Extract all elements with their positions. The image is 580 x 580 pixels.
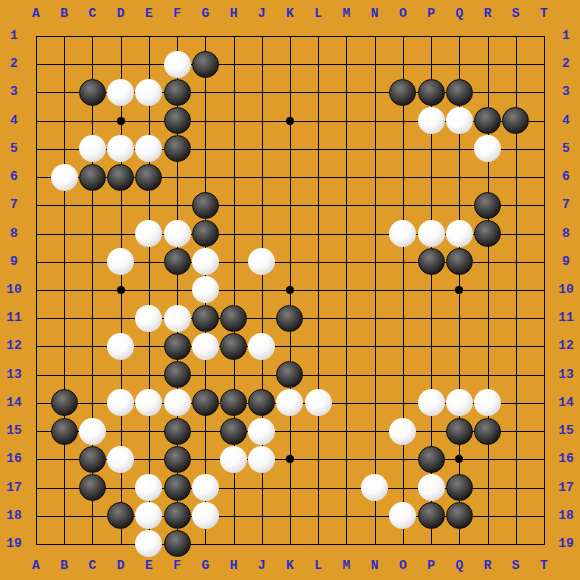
- point-G18[interactable]: [191, 502, 219, 530]
- point-T17[interactable]: [530, 473, 558, 501]
- point-O10[interactable]: [389, 276, 417, 304]
- point-B18[interactable]: [50, 502, 78, 530]
- point-N18[interactable]: [361, 502, 389, 530]
- point-G8[interactable]: [191, 219, 219, 247]
- point-Q6[interactable]: [445, 163, 473, 191]
- point-G2[interactable]: [191, 50, 219, 78]
- point-R7[interactable]: [473, 191, 501, 219]
- point-P16[interactable]: [417, 445, 445, 473]
- point-S8[interactable]: [502, 219, 530, 247]
- point-E6[interactable]: [135, 163, 163, 191]
- point-P17[interactable]: [417, 473, 445, 501]
- point-F5[interactable]: [163, 135, 191, 163]
- point-F17[interactable]: [163, 473, 191, 501]
- point-H17[interactable]: [219, 473, 247, 501]
- point-E3[interactable]: [135, 78, 163, 106]
- point-O16[interactable]: [389, 445, 417, 473]
- point-A19[interactable]: [22, 530, 50, 558]
- point-K4[interactable]: [276, 107, 304, 135]
- point-F4[interactable]: [163, 107, 191, 135]
- point-Q17[interactable]: [445, 473, 473, 501]
- point-P12[interactable]: [417, 332, 445, 360]
- point-H11[interactable]: [219, 304, 247, 332]
- point-F10[interactable]: [163, 276, 191, 304]
- point-N14[interactable]: [361, 389, 389, 417]
- point-C13[interactable]: [78, 361, 106, 389]
- point-J9[interactable]: [248, 248, 276, 276]
- point-F1[interactable]: [163, 22, 191, 50]
- point-R19[interactable]: [473, 530, 501, 558]
- point-F7[interactable]: [163, 191, 191, 219]
- point-T14[interactable]: [530, 389, 558, 417]
- point-A14[interactable]: [22, 389, 50, 417]
- point-Q16[interactable]: [445, 445, 473, 473]
- point-J10[interactable]: [248, 276, 276, 304]
- point-P10[interactable]: [417, 276, 445, 304]
- point-L8[interactable]: [304, 219, 332, 247]
- point-M9[interactable]: [332, 248, 360, 276]
- point-O18[interactable]: [389, 502, 417, 530]
- point-N11[interactable]: [361, 304, 389, 332]
- point-J2[interactable]: [248, 50, 276, 78]
- point-O19[interactable]: [389, 530, 417, 558]
- point-O5[interactable]: [389, 135, 417, 163]
- point-R12[interactable]: [473, 332, 501, 360]
- point-E18[interactable]: [135, 502, 163, 530]
- point-H12[interactable]: [219, 332, 247, 360]
- point-S19[interactable]: [502, 530, 530, 558]
- point-H14[interactable]: [219, 389, 247, 417]
- point-G12[interactable]: [191, 332, 219, 360]
- point-O9[interactable]: [389, 248, 417, 276]
- point-E2[interactable]: [135, 50, 163, 78]
- point-M7[interactable]: [332, 191, 360, 219]
- point-S17[interactable]: [502, 473, 530, 501]
- point-B2[interactable]: [50, 50, 78, 78]
- point-D15[interactable]: [107, 417, 135, 445]
- point-Q18[interactable]: [445, 502, 473, 530]
- point-O12[interactable]: [389, 332, 417, 360]
- point-C11[interactable]: [78, 304, 106, 332]
- point-F6[interactable]: [163, 163, 191, 191]
- point-T13[interactable]: [530, 361, 558, 389]
- point-L18[interactable]: [304, 502, 332, 530]
- point-L4[interactable]: [304, 107, 332, 135]
- point-G1[interactable]: [191, 22, 219, 50]
- point-O11[interactable]: [389, 304, 417, 332]
- point-G19[interactable]: [191, 530, 219, 558]
- point-B4[interactable]: [50, 107, 78, 135]
- point-B16[interactable]: [50, 445, 78, 473]
- point-F8[interactable]: [163, 219, 191, 247]
- point-M17[interactable]: [332, 473, 360, 501]
- point-J1[interactable]: [248, 22, 276, 50]
- point-C16[interactable]: [78, 445, 106, 473]
- point-K1[interactable]: [276, 22, 304, 50]
- point-F3[interactable]: [163, 78, 191, 106]
- point-N6[interactable]: [361, 163, 389, 191]
- point-L11[interactable]: [304, 304, 332, 332]
- point-H18[interactable]: [219, 502, 247, 530]
- point-M19[interactable]: [332, 530, 360, 558]
- point-F12[interactable]: [163, 332, 191, 360]
- point-G4[interactable]: [191, 107, 219, 135]
- point-A8[interactable]: [22, 219, 50, 247]
- point-T19[interactable]: [530, 530, 558, 558]
- point-O15[interactable]: [389, 417, 417, 445]
- point-M14[interactable]: [332, 389, 360, 417]
- point-D18[interactable]: [107, 502, 135, 530]
- point-G14[interactable]: [191, 389, 219, 417]
- point-K15[interactable]: [276, 417, 304, 445]
- point-H15[interactable]: [219, 417, 247, 445]
- point-S6[interactable]: [502, 163, 530, 191]
- point-H13[interactable]: [219, 361, 247, 389]
- point-N12[interactable]: [361, 332, 389, 360]
- point-S3[interactable]: [502, 78, 530, 106]
- point-K19[interactable]: [276, 530, 304, 558]
- point-H10[interactable]: [219, 276, 247, 304]
- point-K16[interactable]: [276, 445, 304, 473]
- point-A15[interactable]: [22, 417, 50, 445]
- point-O17[interactable]: [389, 473, 417, 501]
- point-L6[interactable]: [304, 163, 332, 191]
- point-O8[interactable]: [389, 219, 417, 247]
- point-G7[interactable]: [191, 191, 219, 219]
- point-E5[interactable]: [135, 135, 163, 163]
- point-N3[interactable]: [361, 78, 389, 106]
- point-T4[interactable]: [530, 107, 558, 135]
- point-P8[interactable]: [417, 219, 445, 247]
- point-S11[interactable]: [502, 304, 530, 332]
- point-E4[interactable]: [135, 107, 163, 135]
- point-T3[interactable]: [530, 78, 558, 106]
- point-E10[interactable]: [135, 276, 163, 304]
- point-Q4[interactable]: [445, 107, 473, 135]
- point-S10[interactable]: [502, 276, 530, 304]
- point-A2[interactable]: [22, 50, 50, 78]
- point-A17[interactable]: [22, 473, 50, 501]
- point-E7[interactable]: [135, 191, 163, 219]
- point-H3[interactable]: [219, 78, 247, 106]
- point-B17[interactable]: [50, 473, 78, 501]
- point-O6[interactable]: [389, 163, 417, 191]
- point-S15[interactable]: [502, 417, 530, 445]
- point-A4[interactable]: [22, 107, 50, 135]
- point-R4[interactable]: [473, 107, 501, 135]
- point-E16[interactable]: [135, 445, 163, 473]
- point-T7[interactable]: [530, 191, 558, 219]
- point-Q3[interactable]: [445, 78, 473, 106]
- point-K13[interactable]: [276, 361, 304, 389]
- point-R16[interactable]: [473, 445, 501, 473]
- point-P19[interactable]: [417, 530, 445, 558]
- point-M13[interactable]: [332, 361, 360, 389]
- point-N7[interactable]: [361, 191, 389, 219]
- point-E11[interactable]: [135, 304, 163, 332]
- point-T8[interactable]: [530, 219, 558, 247]
- point-J8[interactable]: [248, 219, 276, 247]
- point-B3[interactable]: [50, 78, 78, 106]
- point-E15[interactable]: [135, 417, 163, 445]
- point-D8[interactable]: [107, 219, 135, 247]
- point-C5[interactable]: [78, 135, 106, 163]
- point-H16[interactable]: [219, 445, 247, 473]
- point-P4[interactable]: [417, 107, 445, 135]
- point-L19[interactable]: [304, 530, 332, 558]
- point-H1[interactable]: [219, 22, 247, 50]
- point-F13[interactable]: [163, 361, 191, 389]
- point-A11[interactable]: [22, 304, 50, 332]
- point-F18[interactable]: [163, 502, 191, 530]
- point-S18[interactable]: [502, 502, 530, 530]
- point-Q11[interactable]: [445, 304, 473, 332]
- point-G10[interactable]: [191, 276, 219, 304]
- point-P1[interactable]: [417, 22, 445, 50]
- point-D19[interactable]: [107, 530, 135, 558]
- point-K5[interactable]: [276, 135, 304, 163]
- point-A13[interactable]: [22, 361, 50, 389]
- point-A7[interactable]: [22, 191, 50, 219]
- point-J12[interactable]: [248, 332, 276, 360]
- point-Q19[interactable]: [445, 530, 473, 558]
- point-Q15[interactable]: [445, 417, 473, 445]
- point-Q5[interactable]: [445, 135, 473, 163]
- point-E9[interactable]: [135, 248, 163, 276]
- point-R11[interactable]: [473, 304, 501, 332]
- point-N19[interactable]: [361, 530, 389, 558]
- point-A1[interactable]: [22, 22, 50, 50]
- point-C14[interactable]: [78, 389, 106, 417]
- point-L9[interactable]: [304, 248, 332, 276]
- point-H7[interactable]: [219, 191, 247, 219]
- point-S5[interactable]: [502, 135, 530, 163]
- point-S9[interactable]: [502, 248, 530, 276]
- point-Q7[interactable]: [445, 191, 473, 219]
- point-J17[interactable]: [248, 473, 276, 501]
- point-J3[interactable]: [248, 78, 276, 106]
- point-T1[interactable]: [530, 22, 558, 50]
- point-S2[interactable]: [502, 50, 530, 78]
- point-B12[interactable]: [50, 332, 78, 360]
- point-L2[interactable]: [304, 50, 332, 78]
- point-A3[interactable]: [22, 78, 50, 106]
- point-J18[interactable]: [248, 502, 276, 530]
- point-L5[interactable]: [304, 135, 332, 163]
- point-A6[interactable]: [22, 163, 50, 191]
- point-P9[interactable]: [417, 248, 445, 276]
- point-J4[interactable]: [248, 107, 276, 135]
- point-A5[interactable]: [22, 135, 50, 163]
- point-G11[interactable]: [191, 304, 219, 332]
- point-E12[interactable]: [135, 332, 163, 360]
- point-A18[interactable]: [22, 502, 50, 530]
- point-R8[interactable]: [473, 219, 501, 247]
- point-B14[interactable]: [50, 389, 78, 417]
- point-T5[interactable]: [530, 135, 558, 163]
- point-K9[interactable]: [276, 248, 304, 276]
- point-M4[interactable]: [332, 107, 360, 135]
- point-H8[interactable]: [219, 219, 247, 247]
- point-N4[interactable]: [361, 107, 389, 135]
- point-T12[interactable]: [530, 332, 558, 360]
- point-K7[interactable]: [276, 191, 304, 219]
- point-F11[interactable]: [163, 304, 191, 332]
- point-E17[interactable]: [135, 473, 163, 501]
- point-M2[interactable]: [332, 50, 360, 78]
- point-C2[interactable]: [78, 50, 106, 78]
- point-L14[interactable]: [304, 389, 332, 417]
- point-G6[interactable]: [191, 163, 219, 191]
- point-J13[interactable]: [248, 361, 276, 389]
- point-J11[interactable]: [248, 304, 276, 332]
- point-R10[interactable]: [473, 276, 501, 304]
- point-O7[interactable]: [389, 191, 417, 219]
- point-A12[interactable]: [22, 332, 50, 360]
- point-T11[interactable]: [530, 304, 558, 332]
- point-J19[interactable]: [248, 530, 276, 558]
- point-J6[interactable]: [248, 163, 276, 191]
- point-B1[interactable]: [50, 22, 78, 50]
- point-H5[interactable]: [219, 135, 247, 163]
- point-F19[interactable]: [163, 530, 191, 558]
- point-Q13[interactable]: [445, 361, 473, 389]
- point-D17[interactable]: [107, 473, 135, 501]
- point-G17[interactable]: [191, 473, 219, 501]
- point-H2[interactable]: [219, 50, 247, 78]
- point-F2[interactable]: [163, 50, 191, 78]
- point-K6[interactable]: [276, 163, 304, 191]
- point-S16[interactable]: [502, 445, 530, 473]
- point-O1[interactable]: [389, 22, 417, 50]
- point-B10[interactable]: [50, 276, 78, 304]
- point-G16[interactable]: [191, 445, 219, 473]
- point-P11[interactable]: [417, 304, 445, 332]
- point-B19[interactable]: [50, 530, 78, 558]
- point-D1[interactable]: [107, 22, 135, 50]
- point-D2[interactable]: [107, 50, 135, 78]
- point-K11[interactable]: [276, 304, 304, 332]
- point-N1[interactable]: [361, 22, 389, 50]
- point-P7[interactable]: [417, 191, 445, 219]
- point-P3[interactable]: [417, 78, 445, 106]
- point-E8[interactable]: [135, 219, 163, 247]
- point-C3[interactable]: [78, 78, 106, 106]
- point-L10[interactable]: [304, 276, 332, 304]
- point-J5[interactable]: [248, 135, 276, 163]
- point-N13[interactable]: [361, 361, 389, 389]
- point-N9[interactable]: [361, 248, 389, 276]
- point-L3[interactable]: [304, 78, 332, 106]
- point-M15[interactable]: [332, 417, 360, 445]
- point-Q8[interactable]: [445, 219, 473, 247]
- point-B9[interactable]: [50, 248, 78, 276]
- point-S12[interactable]: [502, 332, 530, 360]
- point-E19[interactable]: [135, 530, 163, 558]
- point-J16[interactable]: [248, 445, 276, 473]
- point-F15[interactable]: [163, 417, 191, 445]
- point-F16[interactable]: [163, 445, 191, 473]
- point-J14[interactable]: [248, 389, 276, 417]
- point-Q2[interactable]: [445, 50, 473, 78]
- point-O4[interactable]: [389, 107, 417, 135]
- point-R5[interactable]: [473, 135, 501, 163]
- point-M16[interactable]: [332, 445, 360, 473]
- point-T2[interactable]: [530, 50, 558, 78]
- point-C17[interactable]: [78, 473, 106, 501]
- point-M6[interactable]: [332, 163, 360, 191]
- point-Q9[interactable]: [445, 248, 473, 276]
- point-L1[interactable]: [304, 22, 332, 50]
- point-G5[interactable]: [191, 135, 219, 163]
- point-R6[interactable]: [473, 163, 501, 191]
- point-D4[interactable]: [107, 107, 135, 135]
- point-M3[interactable]: [332, 78, 360, 106]
- point-Q10[interactable]: [445, 276, 473, 304]
- point-F14[interactable]: [163, 389, 191, 417]
- point-M1[interactable]: [332, 22, 360, 50]
- point-S1[interactable]: [502, 22, 530, 50]
- point-D7[interactable]: [107, 191, 135, 219]
- point-J15[interactable]: [248, 417, 276, 445]
- point-D16[interactable]: [107, 445, 135, 473]
- point-T15[interactable]: [530, 417, 558, 445]
- point-N16[interactable]: [361, 445, 389, 473]
- point-A9[interactable]: [22, 248, 50, 276]
- point-C9[interactable]: [78, 248, 106, 276]
- point-M10[interactable]: [332, 276, 360, 304]
- point-M5[interactable]: [332, 135, 360, 163]
- point-K3[interactable]: [276, 78, 304, 106]
- point-H6[interactable]: [219, 163, 247, 191]
- point-E1[interactable]: [135, 22, 163, 50]
- point-C1[interactable]: [78, 22, 106, 50]
- point-P14[interactable]: [417, 389, 445, 417]
- point-R1[interactable]: [473, 22, 501, 50]
- point-E13[interactable]: [135, 361, 163, 389]
- point-R9[interactable]: [473, 248, 501, 276]
- point-N2[interactable]: [361, 50, 389, 78]
- point-D12[interactable]: [107, 332, 135, 360]
- board-grid[interactable]: [22, 22, 558, 558]
- point-P5[interactable]: [417, 135, 445, 163]
- point-A16[interactable]: [22, 445, 50, 473]
- point-N5[interactable]: [361, 135, 389, 163]
- point-M11[interactable]: [332, 304, 360, 332]
- point-K10[interactable]: [276, 276, 304, 304]
- point-T18[interactable]: [530, 502, 558, 530]
- point-C19[interactable]: [78, 530, 106, 558]
- point-K2[interactable]: [276, 50, 304, 78]
- point-C10[interactable]: [78, 276, 106, 304]
- point-G3[interactable]: [191, 78, 219, 106]
- point-H9[interactable]: [219, 248, 247, 276]
- point-T6[interactable]: [530, 163, 558, 191]
- point-M12[interactable]: [332, 332, 360, 360]
- point-P15[interactable]: [417, 417, 445, 445]
- point-P6[interactable]: [417, 163, 445, 191]
- point-P2[interactable]: [417, 50, 445, 78]
- point-R18[interactable]: [473, 502, 501, 530]
- point-S13[interactable]: [502, 361, 530, 389]
- point-Q12[interactable]: [445, 332, 473, 360]
- point-G13[interactable]: [191, 361, 219, 389]
- point-H19[interactable]: [219, 530, 247, 558]
- point-D3[interactable]: [107, 78, 135, 106]
- point-R17[interactable]: [473, 473, 501, 501]
- point-K8[interactable]: [276, 219, 304, 247]
- point-C18[interactable]: [78, 502, 106, 530]
